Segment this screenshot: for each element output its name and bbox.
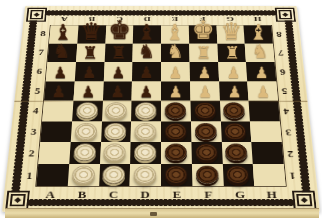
light-rook-f7: ♜ xyxy=(189,44,217,61)
white-checker-c2 xyxy=(104,144,127,161)
square-b4 xyxy=(72,101,103,121)
square-b6: ♟ xyxy=(75,62,105,81)
square-h3 xyxy=(250,121,282,142)
square-c3 xyxy=(101,121,132,142)
board-front-edge xyxy=(5,208,319,218)
square-a4 xyxy=(42,101,73,121)
white-checker-b1 xyxy=(71,165,94,183)
white-checker-c4 xyxy=(105,102,127,118)
dark-bishop-a8: ♝ xyxy=(49,22,77,43)
square-c7: ♜ xyxy=(104,44,133,63)
file-label-top-b: B xyxy=(78,15,106,23)
square-b3 xyxy=(70,121,101,142)
square-a8: ♝ xyxy=(49,26,78,44)
square-f7: ♜ xyxy=(189,44,218,63)
light-pawn-e6: ♟ xyxy=(161,65,190,80)
dark-checker-e1 xyxy=(165,165,188,183)
light-knight-e7: ♞ xyxy=(161,43,189,62)
square-d8: ♝ xyxy=(133,26,161,44)
dark-pawn-b6: ♟ xyxy=(75,65,104,80)
rank-label-right-6: 6 xyxy=(275,62,289,81)
file-label-bottom-g: G xyxy=(224,188,256,202)
square-a1 xyxy=(36,164,69,186)
white-checker-c3 xyxy=(104,123,126,140)
square-g4 xyxy=(220,101,251,121)
dark-checker-g3 xyxy=(224,123,247,140)
dark-checker-g4 xyxy=(223,102,245,118)
square-d6: ♟ xyxy=(132,62,161,81)
square-h8: ♝ xyxy=(244,26,273,44)
square-g5: ♟ xyxy=(219,81,249,101)
file-labels-bottom: ABCDEFGH xyxy=(34,188,288,202)
square-f5: ♟ xyxy=(190,81,220,101)
dark-knight-a7: ♞ xyxy=(48,43,76,62)
square-f4 xyxy=(190,101,220,121)
dark-rook-c7: ♜ xyxy=(104,44,132,61)
dark-pawn-d6: ♟ xyxy=(132,65,161,80)
white-checker-d3 xyxy=(135,123,157,140)
light-knight-h7: ♞ xyxy=(246,43,274,62)
file-label-bottom-h: H xyxy=(255,188,288,202)
light-bishop-h8: ♝ xyxy=(245,22,273,43)
white-checker-b4 xyxy=(76,102,98,118)
square-d2 xyxy=(130,142,161,164)
square-g3 xyxy=(220,121,251,142)
white-checker-c1 xyxy=(103,165,126,183)
square-e7: ♞ xyxy=(161,44,189,63)
perspective-scene: ABCDEFGH 87654321 87654321 ABCDEFGH ♝♛♚♝… xyxy=(0,0,322,218)
square-c2 xyxy=(100,142,131,164)
dark-checker-f1 xyxy=(195,165,218,183)
dark-rook-b7: ♜ xyxy=(76,44,104,61)
file-label-top-g: G xyxy=(216,15,244,23)
square-e8: ♝ xyxy=(161,26,189,44)
square-c1 xyxy=(99,164,131,186)
rank-label-right-8: 8 xyxy=(272,25,286,43)
corner-ornament-top-left xyxy=(26,8,47,22)
file-label-top-e: E xyxy=(161,15,189,23)
square-h1 xyxy=(253,164,286,186)
file-label-bottom-c: C xyxy=(97,188,129,202)
square-c5: ♟ xyxy=(102,81,132,101)
dark-pawn-a5: ♟ xyxy=(44,84,73,100)
square-h4 xyxy=(249,101,280,121)
white-checker-b3 xyxy=(74,123,97,140)
rank-label-right-3: 3 xyxy=(281,121,296,142)
square-e5: ♟ xyxy=(161,81,190,101)
rank-label-right-5: 5 xyxy=(277,81,292,101)
square-g8: ♛ xyxy=(216,26,245,44)
braid-border-bottom xyxy=(27,199,296,206)
white-checker-d4 xyxy=(135,102,157,118)
file-label-top-h: H xyxy=(244,15,272,23)
dark-checker-g2 xyxy=(225,144,248,161)
square-f6: ♟ xyxy=(189,62,218,81)
game-board: ABCDEFGH 87654321 87654321 ABCDEFGH ♝♛♚♝… xyxy=(2,6,320,212)
square-b5: ♟ xyxy=(73,81,103,101)
square-f3 xyxy=(191,121,222,142)
square-h5: ♟ xyxy=(247,81,278,101)
light-pawn-g5: ♟ xyxy=(219,84,248,100)
square-e1 xyxy=(161,164,192,186)
square-a5: ♟ xyxy=(44,81,75,101)
dark-checker-e4 xyxy=(165,102,187,118)
board-grid: ♝♛♚♝♝♚♛♝♞♜♜♞♞♜♜♞♟♟♟♟♟♟♟♟♟♟♟♟♟♟♟♟ xyxy=(35,25,286,187)
rank-label-right-4: 4 xyxy=(279,101,294,121)
square-h7: ♞ xyxy=(245,44,275,63)
corner-ornament-bottom-right xyxy=(292,191,317,210)
dark-checker-g1 xyxy=(226,165,249,183)
square-a2 xyxy=(38,142,70,164)
dark-checker-f2 xyxy=(195,144,218,161)
file-label-bottom-e: E xyxy=(161,188,193,202)
dark-knight-d7: ♞ xyxy=(133,43,161,62)
square-h2 xyxy=(252,142,284,164)
light-pawn-h5: ♟ xyxy=(249,84,278,100)
file-label-top-d: D xyxy=(133,15,161,23)
rank-label-right-7: 7 xyxy=(274,43,288,62)
file-label-top-a: A xyxy=(50,15,78,23)
light-rook-g7: ♜ xyxy=(218,44,246,61)
square-e4 xyxy=(161,101,191,121)
rank-label-right-1: 1 xyxy=(285,164,301,187)
square-b1 xyxy=(67,164,99,186)
light-pawn-g6: ♟ xyxy=(219,65,248,80)
dark-bishop-d8: ♝ xyxy=(133,22,161,43)
square-f1 xyxy=(192,164,224,186)
dark-checker-f3 xyxy=(194,123,216,140)
dark-checker-f4 xyxy=(194,102,216,118)
file-labels-top: ABCDEFGH xyxy=(50,15,272,23)
light-pawn-e5: ♟ xyxy=(161,84,190,100)
dark-pawn-d5: ♟ xyxy=(132,84,161,100)
box-fold-seam xyxy=(14,101,307,102)
square-d1 xyxy=(130,164,161,186)
square-g7: ♜ xyxy=(217,44,246,63)
file-label-top-f: F xyxy=(189,15,217,23)
square-d5: ♟ xyxy=(132,81,161,101)
file-label-bottom-f: F xyxy=(192,188,224,202)
square-b8: ♛ xyxy=(77,26,106,44)
file-label-bottom-b: B xyxy=(66,188,98,202)
file-label-top-c: C xyxy=(106,15,134,23)
square-e6: ♟ xyxy=(161,62,190,81)
square-f8: ♚ xyxy=(189,26,217,44)
light-pawn-h6: ♟ xyxy=(247,65,276,80)
square-d3 xyxy=(131,121,161,142)
square-h6: ♟ xyxy=(246,62,276,81)
square-a3 xyxy=(40,121,72,142)
square-g2 xyxy=(221,142,253,164)
corner-ornament-top-right xyxy=(275,8,296,22)
dark-pawn-c5: ♟ xyxy=(103,84,132,100)
file-label-bottom-d: D xyxy=(129,188,161,202)
white-checker-b2 xyxy=(73,144,96,161)
square-c4 xyxy=(102,101,132,121)
white-checker-d1 xyxy=(134,165,157,183)
dark-pawn-c6: ♟ xyxy=(103,65,132,80)
light-pawn-f5: ♟ xyxy=(190,84,219,100)
square-d7: ♞ xyxy=(133,44,161,63)
dark-pawn-b5: ♟ xyxy=(73,84,102,100)
square-e3 xyxy=(161,121,191,142)
file-label-bottom-a: A xyxy=(34,188,67,202)
square-a7: ♞ xyxy=(47,44,77,63)
light-bishop-e8: ♝ xyxy=(161,22,189,43)
square-g6: ♟ xyxy=(218,62,248,81)
square-b7: ♜ xyxy=(76,44,105,63)
square-c6: ♟ xyxy=(103,62,132,81)
rank-label-right-2: 2 xyxy=(283,142,299,164)
square-e2 xyxy=(161,142,192,164)
dark-checker-e2 xyxy=(165,144,187,161)
square-b2 xyxy=(69,142,101,164)
white-checker-d2 xyxy=(134,144,156,161)
light-pawn-f6: ♟ xyxy=(190,65,219,80)
corner-ornament-bottom-left xyxy=(5,191,30,210)
square-d4 xyxy=(131,101,161,121)
photo-stage: ABCDEFGH 87654321 87654321 ABCDEFGH ♝♛♚♝… xyxy=(0,0,322,218)
latch-notch xyxy=(150,212,157,216)
square-f2 xyxy=(191,142,222,164)
square-g1 xyxy=(222,164,254,186)
dark-checker-e3 xyxy=(165,123,187,140)
square-c8: ♚ xyxy=(105,26,133,44)
dark-pawn-a6: ♟ xyxy=(46,65,75,80)
square-a6: ♟ xyxy=(46,62,76,81)
